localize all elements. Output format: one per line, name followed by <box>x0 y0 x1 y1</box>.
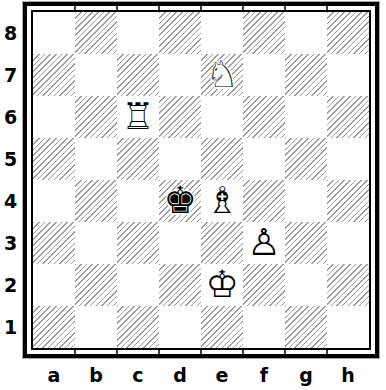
square-b3[interactable] <box>75 222 117 264</box>
square-b1[interactable] <box>75 306 117 348</box>
square-f7[interactable] <box>243 54 285 96</box>
frame-tick <box>242 6 244 10</box>
black-king-glyph: ♚ <box>159 180 201 222</box>
square-h7[interactable] <box>327 54 369 96</box>
rank-label-5: 5 <box>0 138 21 180</box>
square-b2[interactable] <box>75 264 117 306</box>
square-h2[interactable] <box>327 264 369 306</box>
square-g7[interactable] <box>285 54 327 96</box>
white-knight[interactable]: ♞♘ <box>201 54 243 96</box>
square-e6[interactable] <box>201 96 243 138</box>
square-f1[interactable] <box>243 306 285 348</box>
white-rook-glyph: ♖ <box>117 96 159 138</box>
square-e7[interactable]: ♞♘ <box>201 54 243 96</box>
rank-label-4: 4 <box>0 180 21 222</box>
chess-board: ♞♘♜♖♚♚♝♗♟♙♚♔ <box>31 10 371 350</box>
frame-tick <box>158 6 160 10</box>
square-h3[interactable] <box>327 222 369 264</box>
frame-tick <box>74 6 76 10</box>
square-g5[interactable] <box>285 138 327 180</box>
square-d3[interactable] <box>159 222 201 264</box>
square-g3[interactable] <box>285 222 327 264</box>
square-e1[interactable] <box>201 306 243 348</box>
square-e4[interactable]: ♝♗ <box>201 180 243 222</box>
square-a5[interactable] <box>33 138 75 180</box>
white-rook[interactable]: ♜♖ <box>117 96 159 138</box>
rank-label-2: 2 <box>0 264 21 306</box>
square-c4[interactable] <box>117 180 159 222</box>
square-b7[interactable] <box>75 54 117 96</box>
square-h8[interactable] <box>327 12 369 54</box>
square-a7[interactable] <box>33 54 75 96</box>
file-label-g: g <box>285 361 327 389</box>
square-g2[interactable] <box>285 264 327 306</box>
square-a8[interactable] <box>33 12 75 54</box>
frame-tick <box>326 6 328 10</box>
square-e2[interactable]: ♚♔ <box>201 264 243 306</box>
square-d1[interactable] <box>159 306 201 348</box>
frame-tick <box>284 6 286 10</box>
frame-tick <box>200 350 202 354</box>
square-c5[interactable] <box>117 138 159 180</box>
square-d7[interactable] <box>159 54 201 96</box>
file-label-d: d <box>159 361 201 389</box>
square-d2[interactable] <box>159 264 201 306</box>
square-e5[interactable] <box>201 138 243 180</box>
rank-label-6: 6 <box>0 96 21 138</box>
square-b5[interactable] <box>75 138 117 180</box>
rank-label-8: 8 <box>0 12 21 54</box>
square-h6[interactable] <box>327 96 369 138</box>
square-f5[interactable] <box>243 138 285 180</box>
square-d8[interactable] <box>159 12 201 54</box>
square-a6[interactable] <box>33 96 75 138</box>
white-knight-glyph: ♘ <box>201 54 243 96</box>
frame-tick <box>158 350 160 354</box>
white-king-glyph: ♔ <box>201 264 243 306</box>
square-c2[interactable] <box>117 264 159 306</box>
file-label-f: f <box>243 361 285 389</box>
frame-tick <box>116 6 118 10</box>
square-f4[interactable] <box>243 180 285 222</box>
frame-tick <box>326 350 328 354</box>
square-g8[interactable] <box>285 12 327 54</box>
file-label-a: a <box>33 361 75 389</box>
frame-tick <box>116 350 118 354</box>
square-d4[interactable]: ♚♚ <box>159 180 201 222</box>
square-c3[interactable] <box>117 222 159 264</box>
frame-tick <box>74 350 76 354</box>
square-g4[interactable] <box>285 180 327 222</box>
square-a1[interactable] <box>33 306 75 348</box>
white-pawn[interactable]: ♟♙ <box>243 222 285 264</box>
file-label-e: e <box>201 361 243 389</box>
square-h1[interactable] <box>327 306 369 348</box>
square-c8[interactable] <box>117 12 159 54</box>
square-f6[interactable] <box>243 96 285 138</box>
white-pawn-glyph: ♙ <box>243 222 285 264</box>
square-d5[interactable] <box>159 138 201 180</box>
square-a2[interactable] <box>33 264 75 306</box>
file-label-c: c <box>117 361 159 389</box>
rank-label-3: 3 <box>0 222 21 264</box>
board-frame: ♞♘♜♖♚♚♝♗♟♙♚♔ <box>23 2 379 358</box>
square-c6[interactable]: ♜♖ <box>117 96 159 138</box>
square-d6[interactable] <box>159 96 201 138</box>
square-g6[interactable] <box>285 96 327 138</box>
square-a4[interactable] <box>33 180 75 222</box>
square-f2[interactable] <box>243 264 285 306</box>
square-c7[interactable] <box>117 54 159 96</box>
square-f3[interactable]: ♟♙ <box>243 222 285 264</box>
white-king[interactable]: ♚♔ <box>201 264 243 306</box>
square-e8[interactable] <box>201 12 243 54</box>
frame-tick <box>242 350 244 354</box>
rank-label-7: 7 <box>0 54 21 96</box>
white-bishop[interactable]: ♝♗ <box>201 180 243 222</box>
white-bishop-glyph: ♗ <box>201 180 243 222</box>
square-a3[interactable] <box>33 222 75 264</box>
square-b4[interactable] <box>75 180 117 222</box>
frame-tick <box>200 6 202 10</box>
square-c1[interactable] <box>117 306 159 348</box>
square-b6[interactable] <box>75 96 117 138</box>
file-label-h: h <box>327 361 369 389</box>
frame-tick <box>284 350 286 354</box>
square-b8[interactable] <box>75 12 117 54</box>
chess-diagram: ♞♘♜♖♚♚♝♗♟♙♚♔ 87654321abcdefgh <box>0 0 386 390</box>
file-label-b: b <box>75 361 117 389</box>
square-e3[interactable] <box>201 222 243 264</box>
square-f8[interactable] <box>243 12 285 54</box>
square-g1[interactable] <box>285 306 327 348</box>
black-king[interactable]: ♚♚ <box>159 180 201 222</box>
square-h4[interactable] <box>327 180 369 222</box>
rank-label-1: 1 <box>0 306 21 348</box>
square-h5[interactable] <box>327 138 369 180</box>
